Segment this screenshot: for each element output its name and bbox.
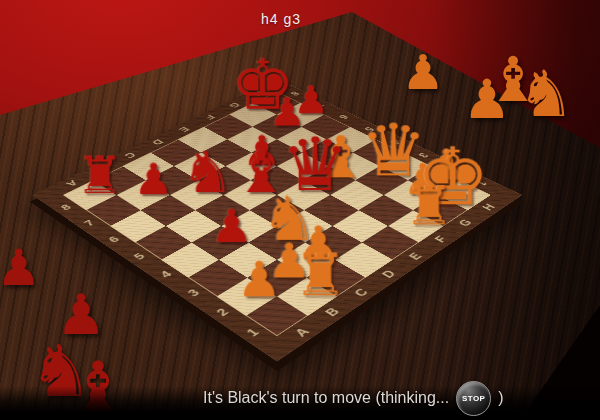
piece-black-pawn-b7[interactable]: ♟: [134, 158, 174, 201]
piece-black-knight-c6[interactable]: ♞: [181, 144, 234, 201]
app-window: ABCDEFGH8♜♚87♟♟♟76♞♟65♝54♟♛♝43♞♛32♟♟♟♟♟2…: [0, 0, 600, 420]
status-text-suffix: ): [498, 389, 503, 407]
piece-black-pawn-b4[interactable]: ♟: [211, 204, 253, 250]
piece-white-rook-b1[interactable]: ♜: [293, 246, 347, 304]
captured-white-knight: ♞: [517, 62, 574, 126]
captured-white-pawn: ♟: [401, 49, 444, 97]
captured-black-pawn: ♟: [0, 243, 41, 293]
piece-black-rook-a8[interactable]: ♜: [76, 150, 124, 201]
captured-black-bishop: ♝: [66, 352, 131, 420]
piece-white-rook-f1[interactable]: ♜: [404, 180, 454, 233]
stop-button-label: STOP: [462, 394, 485, 403]
status-bar: It's Black's turn to move (thinking... S…: [203, 383, 504, 413]
status-text: It's Black's turn to move (thinking...: [203, 389, 449, 407]
captured-white-pawn: ♟: [463, 72, 511, 126]
stop-button[interactable]: STOP: [456, 381, 491, 416]
piece-white-pawn-a2[interactable]: ♟: [237, 256, 282, 305]
square-g3[interactable]: ♛: [356, 166, 408, 195]
last-move-text: h4 g3: [0, 11, 562, 27]
